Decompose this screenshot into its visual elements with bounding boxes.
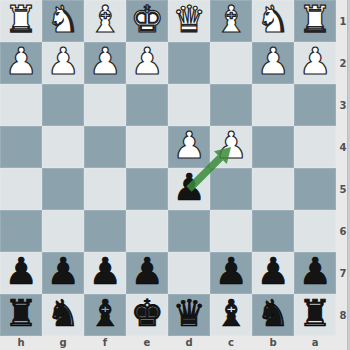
white-knight[interactable]: ♞ [256,0,289,41]
square-b2[interactable]: ♟ [252,42,294,84]
square-a7[interactable]: ♟ [294,252,336,294]
white-pawn[interactable]: ♟ [46,41,79,83]
square-c2[interactable] [210,42,252,84]
file-label-b: b [252,336,294,350]
square-f4[interactable] [84,126,126,168]
square-e6[interactable] [126,210,168,252]
square-a6[interactable] [294,210,336,252]
square-f8[interactable]: ♝ [84,294,126,336]
white-knight[interactable]: ♞ [46,0,79,41]
black-bishop[interactable]: ♝ [214,293,247,335]
black-king[interactable]: ♚ [130,293,163,335]
square-h5[interactable] [0,168,42,210]
white-queen[interactable]: ♛ [172,0,205,41]
black-rook[interactable]: ♜ [298,293,331,335]
white-rook[interactable]: ♜ [298,0,331,41]
white-pawn[interactable]: ♟ [130,41,163,83]
square-e1[interactable]: ♚ [126,0,168,42]
chessboard-page: ♜♞♝♚♛♝♞♜♟♟♟♟♟♟♟♟♟♟♟♟♟♟♟♟♜♞♝♚♛♝♞♜ 1234567… [0,0,350,350]
black-rook[interactable]: ♜ [4,293,37,335]
square-g6[interactable] [42,210,84,252]
white-king[interactable]: ♚ [130,0,163,41]
square-f1[interactable]: ♝ [84,0,126,42]
square-b5[interactable] [252,168,294,210]
square-e7[interactable]: ♟ [126,252,168,294]
square-b6[interactable] [252,210,294,252]
black-queen[interactable]: ♛ [172,293,205,335]
file-label-c: c [210,336,252,350]
square-a4[interactable] [294,126,336,168]
black-knight[interactable]: ♞ [256,293,289,335]
square-g2[interactable]: ♟ [42,42,84,84]
square-c1[interactable]: ♝ [210,0,252,42]
square-e5[interactable] [126,168,168,210]
file-label-h: h [0,336,42,350]
file-label-f: f [84,336,126,350]
black-pawn[interactable]: ♟ [214,251,247,293]
white-pawn[interactable]: ♟ [256,41,289,83]
square-a8[interactable]: ♜ [294,294,336,336]
white-pawn[interactable]: ♟ [172,125,205,167]
square-c5[interactable] [210,168,252,210]
square-c6[interactable] [210,210,252,252]
black-knight[interactable]: ♞ [46,293,79,335]
square-c3[interactable] [210,84,252,126]
square-a3[interactable] [294,84,336,126]
square-c7[interactable]: ♟ [210,252,252,294]
square-d6[interactable] [168,210,210,252]
square-f5[interactable] [84,168,126,210]
file-coordinates: hgfedcba [0,336,336,350]
square-f6[interactable] [84,210,126,252]
black-pawn[interactable]: ♟ [130,251,163,293]
square-e8[interactable]: ♚ [126,294,168,336]
white-rook[interactable]: ♜ [4,0,37,41]
square-c4[interactable]: ♟ [210,126,252,168]
square-d7[interactable] [168,252,210,294]
square-g1[interactable]: ♞ [42,0,84,42]
black-pawn[interactable]: ♟ [298,251,331,293]
square-d8[interactable]: ♛ [168,294,210,336]
white-pawn[interactable]: ♟ [214,125,247,167]
white-bishop[interactable]: ♝ [214,0,247,41]
square-h6[interactable] [0,210,42,252]
square-h7[interactable]: ♟ [0,252,42,294]
square-h1[interactable]: ♜ [0,0,42,42]
square-a1[interactable]: ♜ [294,0,336,42]
black-pawn[interactable]: ♟ [88,251,121,293]
square-c8[interactable]: ♝ [210,294,252,336]
square-f3[interactable] [84,84,126,126]
white-bishop[interactable]: ♝ [88,0,121,41]
square-a5[interactable] [294,168,336,210]
square-f7[interactable]: ♟ [84,252,126,294]
square-h8[interactable]: ♜ [0,294,42,336]
square-b1[interactable]: ♞ [252,0,294,42]
square-b8[interactable]: ♞ [252,294,294,336]
square-d2[interactable] [168,42,210,84]
square-g8[interactable]: ♞ [42,294,84,336]
file-label-g: g [42,336,84,350]
chess-board: ♜♞♝♚♛♝♞♜♟♟♟♟♟♟♟♟♟♟♟♟♟♟♟♟♜♞♝♚♛♝♞♜ [0,0,336,336]
file-label-a: a [294,336,336,350]
square-e2[interactable]: ♟ [126,42,168,84]
square-g4[interactable] [42,126,84,168]
square-g7[interactable]: ♟ [42,252,84,294]
black-pawn[interactable]: ♟ [172,167,205,209]
square-g5[interactable] [42,168,84,210]
square-b7[interactable]: ♟ [252,252,294,294]
square-b4[interactable] [252,126,294,168]
square-a2[interactable]: ♟ [294,42,336,84]
square-h3[interactable] [0,84,42,126]
black-pawn[interactable]: ♟ [46,251,79,293]
file-label-d: d [168,336,210,350]
black-pawn[interactable]: ♟ [256,251,289,293]
square-d1[interactable]: ♛ [168,0,210,42]
square-d5[interactable]: ♟ [168,168,210,210]
square-d3[interactable] [168,84,210,126]
black-bishop[interactable]: ♝ [88,293,121,335]
square-e3[interactable] [126,84,168,126]
white-pawn[interactable]: ♟ [4,41,37,83]
file-label-e: e [126,336,168,350]
square-e4[interactable] [126,126,168,168]
square-g3[interactable] [42,84,84,126]
black-pawn[interactable]: ♟ [4,251,37,293]
square-f2[interactable]: ♟ [84,42,126,84]
square-b3[interactable] [252,84,294,126]
white-pawn[interactable]: ♟ [298,41,331,83]
square-h4[interactable] [0,126,42,168]
square-d4[interactable]: ♟ [168,126,210,168]
square-h2[interactable]: ♟ [0,42,42,84]
white-pawn[interactable]: ♟ [88,41,121,83]
